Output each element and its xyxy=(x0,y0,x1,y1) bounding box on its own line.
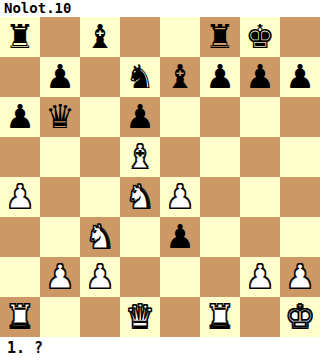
square-b4[interactable] xyxy=(40,177,80,217)
chess-diagram-page: Nolot.10 ♜♝♜♚♟♞♝♟♟♟♟♛♟♝♟♞♟♞♟♟♟♟♟♜♛♜♚ 1. … xyxy=(0,0,320,360)
square-g5[interactable] xyxy=(240,137,280,177)
square-c6[interactable] xyxy=(80,97,120,137)
square-a8[interactable]: ♜ xyxy=(0,17,40,57)
chess-board: ♜♝♜♚♟♞♝♟♟♟♟♛♟♝♟♞♟♞♟♟♟♟♟♜♛♜♚ xyxy=(0,17,320,337)
piece-black-knight: ♞ xyxy=(120,57,160,97)
square-h1[interactable]: ♚ xyxy=(280,297,320,337)
square-e5[interactable] xyxy=(160,137,200,177)
square-a1[interactable]: ♜ xyxy=(0,297,40,337)
piece-black-pawn: ♟ xyxy=(200,57,240,97)
piece-black-king: ♚ xyxy=(240,17,280,57)
piece-white-knight: ♞ xyxy=(80,217,120,257)
square-e4[interactable]: ♟ xyxy=(160,177,200,217)
piece-white-pawn: ♟ xyxy=(80,257,120,297)
square-d8[interactable] xyxy=(120,17,160,57)
square-b8[interactable] xyxy=(40,17,80,57)
piece-black-rook: ♜ xyxy=(0,17,40,57)
piece-white-rook: ♜ xyxy=(200,297,240,337)
piece-black-rook: ♜ xyxy=(200,17,240,57)
square-f6[interactable] xyxy=(200,97,240,137)
square-g6[interactable] xyxy=(240,97,280,137)
piece-black-pawn: ♟ xyxy=(160,217,200,257)
square-d2[interactable] xyxy=(120,257,160,297)
square-c1[interactable] xyxy=(80,297,120,337)
piece-white-rook: ♜ xyxy=(0,297,40,337)
square-a4[interactable]: ♟ xyxy=(0,177,40,217)
square-a5[interactable] xyxy=(0,137,40,177)
square-f1[interactable]: ♜ xyxy=(200,297,240,337)
square-b2[interactable]: ♟ xyxy=(40,257,80,297)
square-h3[interactable] xyxy=(280,217,320,257)
piece-white-bishop: ♝ xyxy=(120,137,160,177)
square-a2[interactable] xyxy=(0,257,40,297)
square-c4[interactable] xyxy=(80,177,120,217)
square-a3[interactable] xyxy=(0,217,40,257)
square-c5[interactable] xyxy=(80,137,120,177)
square-e3[interactable]: ♟ xyxy=(160,217,200,257)
piece-black-pawn: ♟ xyxy=(0,97,40,137)
piece-white-pawn: ♟ xyxy=(40,257,80,297)
square-h2[interactable]: ♟ xyxy=(280,257,320,297)
square-d6[interactable]: ♟ xyxy=(120,97,160,137)
piece-white-pawn: ♟ xyxy=(280,257,320,297)
square-c2[interactable]: ♟ xyxy=(80,257,120,297)
move-prompt: 1. ? xyxy=(7,338,43,360)
square-d1[interactable]: ♛ xyxy=(120,297,160,337)
square-h4[interactable] xyxy=(280,177,320,217)
square-f3[interactable] xyxy=(200,217,240,257)
square-e2[interactable] xyxy=(160,257,200,297)
square-c8[interactable]: ♝ xyxy=(80,17,120,57)
square-d4[interactable]: ♞ xyxy=(120,177,160,217)
square-f7[interactable]: ♟ xyxy=(200,57,240,97)
piece-black-pawn: ♟ xyxy=(40,57,80,97)
square-b7[interactable]: ♟ xyxy=(40,57,80,97)
square-e7[interactable]: ♝ xyxy=(160,57,200,97)
square-b1[interactable] xyxy=(40,297,80,337)
square-a7[interactable] xyxy=(0,57,40,97)
piece-white-knight: ♞ xyxy=(120,177,160,217)
piece-black-bishop: ♝ xyxy=(80,17,120,57)
diagram-title: Nolot.10 xyxy=(4,0,71,17)
square-d3[interactable] xyxy=(120,217,160,257)
square-g8[interactable]: ♚ xyxy=(240,17,280,57)
square-e6[interactable] xyxy=(160,97,200,137)
square-c7[interactable] xyxy=(80,57,120,97)
square-g3[interactable] xyxy=(240,217,280,257)
piece-white-queen: ♛ xyxy=(120,297,160,337)
square-f4[interactable] xyxy=(200,177,240,217)
piece-black-pawn: ♟ xyxy=(120,97,160,137)
square-b3[interactable] xyxy=(40,217,80,257)
square-d5[interactable]: ♝ xyxy=(120,137,160,177)
piece-black-queen: ♛ xyxy=(40,97,80,137)
square-a6[interactable]: ♟ xyxy=(0,97,40,137)
square-h7[interactable]: ♟ xyxy=(280,57,320,97)
piece-black-bishop: ♝ xyxy=(160,57,200,97)
square-g1[interactable] xyxy=(240,297,280,337)
square-f2[interactable] xyxy=(200,257,240,297)
piece-black-pawn: ♟ xyxy=(280,57,320,97)
square-e8[interactable] xyxy=(160,17,200,57)
square-g2[interactable]: ♟ xyxy=(240,257,280,297)
piece-white-pawn: ♟ xyxy=(240,257,280,297)
square-e1[interactable] xyxy=(160,297,200,337)
square-g4[interactable] xyxy=(240,177,280,217)
square-f5[interactable] xyxy=(200,137,240,177)
square-b6[interactable]: ♛ xyxy=(40,97,80,137)
square-b5[interactable] xyxy=(40,137,80,177)
square-h6[interactable] xyxy=(280,97,320,137)
piece-white-pawn: ♟ xyxy=(160,177,200,217)
square-d7[interactable]: ♞ xyxy=(120,57,160,97)
square-f8[interactable]: ♜ xyxy=(200,17,240,57)
square-c3[interactable]: ♞ xyxy=(80,217,120,257)
piece-black-pawn: ♟ xyxy=(240,57,280,97)
piece-white-pawn: ♟ xyxy=(0,177,40,217)
square-h5[interactable] xyxy=(280,137,320,177)
piece-white-king: ♚ xyxy=(280,297,320,337)
square-h8[interactable] xyxy=(280,17,320,57)
square-g7[interactable]: ♟ xyxy=(240,57,280,97)
